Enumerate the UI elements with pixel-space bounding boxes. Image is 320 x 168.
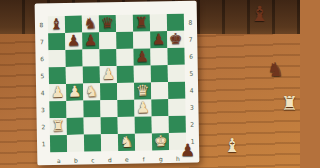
white-rook[interactable]: ♜ xyxy=(50,118,67,135)
rank-label-right-6: 6 xyxy=(186,48,195,65)
square-c4[interactable]: ♞ xyxy=(83,83,100,100)
white-king[interactable]: ♚ xyxy=(152,133,169,150)
square-g8[interactable] xyxy=(150,14,167,31)
rank-label-left-6: 6 xyxy=(37,50,46,67)
file-label-b: b xyxy=(67,157,84,164)
captured-black-pawn: ♟ xyxy=(180,140,195,160)
rank-label-left-8: 8 xyxy=(37,16,46,33)
square-a4[interactable]: ♟ xyxy=(49,84,66,101)
white-knight[interactable]: ♞ xyxy=(83,83,100,100)
square-f5[interactable] xyxy=(134,65,151,82)
black-pawn[interactable]: ♟ xyxy=(82,32,99,49)
rank-label-left-5: 5 xyxy=(38,67,47,84)
square-f2[interactable] xyxy=(135,116,152,133)
square-g3[interactable] xyxy=(151,99,168,116)
black-knight[interactable]: ♞ xyxy=(82,15,99,32)
square-h6[interactable] xyxy=(167,48,184,65)
square-g4[interactable] xyxy=(151,82,168,99)
square-b2[interactable] xyxy=(67,118,84,135)
square-b6[interactable] xyxy=(65,50,82,67)
square-h5[interactable] xyxy=(168,65,185,82)
square-g5[interactable] xyxy=(151,65,168,82)
black-pawn[interactable]: ♟ xyxy=(65,33,82,50)
square-e8[interactable] xyxy=(116,15,133,32)
rank-label-right-7: 7 xyxy=(186,31,195,48)
file-label-f: f xyxy=(135,155,152,162)
square-d2[interactable] xyxy=(101,117,118,134)
rank-label-left-2: 2 xyxy=(39,118,48,135)
square-d6[interactable] xyxy=(99,49,116,66)
square-g1[interactable]: ♚ xyxy=(152,133,169,150)
square-f3[interactable]: ♟ xyxy=(134,99,151,116)
square-c5[interactable] xyxy=(83,66,100,83)
black-bishop[interactable]: ♝ xyxy=(48,16,65,33)
square-e1[interactable]: ♞ xyxy=(118,134,135,151)
file-label-e: e xyxy=(118,156,135,163)
square-h2[interactable] xyxy=(169,116,186,133)
square-a1[interactable] xyxy=(50,135,67,152)
square-d7[interactable] xyxy=(99,32,116,49)
square-d4[interactable] xyxy=(100,83,117,100)
black-king[interactable]: ♚ xyxy=(167,31,184,48)
square-a8[interactable]: ♝ xyxy=(48,16,65,33)
square-d3[interactable] xyxy=(100,100,117,117)
file-label-a: a xyxy=(50,157,67,164)
black-rook[interactable]: ♜ xyxy=(133,14,150,31)
square-a6[interactable] xyxy=(48,50,65,67)
square-g2[interactable] xyxy=(152,116,169,133)
square-e6[interactable] xyxy=(116,49,133,66)
square-f1[interactable] xyxy=(135,133,152,150)
square-d1[interactable] xyxy=(101,134,118,151)
square-g7[interactable]: ♟ xyxy=(150,31,167,48)
rank-label-right-3: 3 xyxy=(187,99,196,116)
square-e3[interactable] xyxy=(117,100,134,117)
rank-labels-left: 87654321 xyxy=(37,16,48,152)
black-queen[interactable]: ♛ xyxy=(99,15,116,32)
rank-label-left-3: 3 xyxy=(38,101,47,118)
file-label-d: d xyxy=(101,156,118,163)
square-a7[interactable] xyxy=(48,33,65,50)
chess-board: ♝♞♛♜♟♟♟♚♟♟♟♟♞♛♟♜♞♚ xyxy=(48,14,186,152)
rank-labels-right: 87654321 xyxy=(186,14,197,150)
white-knight[interactable]: ♞ xyxy=(118,134,135,151)
white-pawn[interactable]: ♟ xyxy=(134,99,151,116)
square-h4[interactable] xyxy=(168,82,185,99)
square-c6[interactable] xyxy=(82,49,99,66)
white-pawn[interactable]: ♟ xyxy=(66,84,83,101)
square-c3[interactable] xyxy=(83,100,100,117)
square-h8[interactable] xyxy=(167,14,184,31)
square-b4[interactable]: ♟ xyxy=(66,84,83,101)
square-h3[interactable] xyxy=(168,99,185,116)
square-c2[interactable] xyxy=(84,117,101,134)
square-e7[interactable] xyxy=(116,32,133,49)
square-b3[interactable] xyxy=(66,101,83,118)
square-e2[interactable] xyxy=(118,117,135,134)
square-b7[interactable]: ♟ xyxy=(65,33,82,50)
square-a2[interactable]: ♜ xyxy=(50,118,67,135)
rank-label-left-4: 4 xyxy=(38,84,47,101)
square-h7[interactable]: ♚ xyxy=(167,31,184,48)
square-f6[interactable]: ♟ xyxy=(133,48,150,65)
captured-black-knight: ♞ xyxy=(267,58,284,80)
square-b1[interactable] xyxy=(67,135,84,152)
captured-white-rook: ♜ xyxy=(281,92,298,114)
square-c1[interactable] xyxy=(84,134,101,151)
square-f4[interactable]: ♛ xyxy=(134,82,151,99)
file-label-g: g xyxy=(152,155,169,162)
square-b5[interactable] xyxy=(66,67,83,84)
white-queen[interactable]: ♛ xyxy=(134,82,151,99)
file-labels: abcdefgh xyxy=(50,155,186,164)
white-pawn[interactable]: ♟ xyxy=(49,84,66,101)
captured-black-bishop: ♝ xyxy=(250,2,269,26)
rank-label-left-1: 1 xyxy=(39,135,48,152)
square-a3[interactable] xyxy=(49,101,66,118)
square-g6[interactable] xyxy=(150,48,167,65)
chess-board-mat: ♝♞♛♜♟♟♟♚♟♟♟♟♞♛♟♜♞♚ abcdefgh 87654321 876… xyxy=(35,1,200,166)
square-d8[interactable]: ♛ xyxy=(99,15,116,32)
square-f8[interactable]: ♜ xyxy=(133,14,150,31)
square-d5[interactable]: ♟ xyxy=(100,66,117,83)
rank-label-right-2: 2 xyxy=(188,116,197,133)
black-pawn[interactable]: ♟ xyxy=(133,48,150,65)
white-pawn[interactable]: ♟ xyxy=(100,66,117,83)
rank-label-right-4: 4 xyxy=(187,82,196,99)
rank-label-left-7: 7 xyxy=(37,33,46,50)
black-pawn[interactable]: ♟ xyxy=(150,31,167,48)
square-c8[interactable]: ♞ xyxy=(82,15,99,32)
square-e5[interactable] xyxy=(117,66,134,83)
file-label-c: c xyxy=(84,156,101,163)
rank-label-right-5: 5 xyxy=(187,65,196,82)
rank-label-right-8: 8 xyxy=(186,14,195,31)
square-e4[interactable] xyxy=(117,83,134,100)
square-a5[interactable] xyxy=(49,67,66,84)
square-c7[interactable]: ♟ xyxy=(82,32,99,49)
captured-white-bishop: ♝ xyxy=(224,134,241,156)
square-b8[interactable] xyxy=(65,16,82,33)
square-f7[interactable] xyxy=(133,31,150,48)
